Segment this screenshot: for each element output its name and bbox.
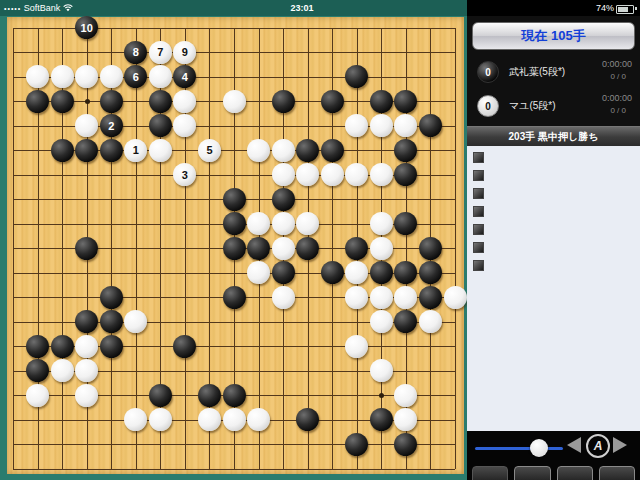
result-bar: 203手 黒中押し勝ち	[467, 126, 640, 147]
move-slider-track[interactable]	[475, 447, 563, 450]
white-stone	[345, 335, 368, 358]
white-stone	[272, 212, 295, 235]
grid-line-horizontal	[13, 444, 455, 445]
black-stone	[321, 90, 344, 113]
list-bullet-icon	[473, 260, 484, 271]
black-stone	[149, 384, 172, 407]
black-stone	[198, 384, 221, 407]
black-stone	[75, 237, 98, 260]
status-bar-left: ••••• SoftBank 23:01	[0, 0, 467, 16]
white-stone	[223, 408, 246, 431]
black-stone	[100, 286, 123, 309]
white-stone-numbered: 3	[173, 163, 196, 186]
black-stone	[26, 359, 49, 382]
list-bullet-icon	[473, 152, 484, 163]
black-stone	[51, 335, 74, 358]
wifi-icon	[63, 1, 73, 17]
white-stone	[124, 408, 147, 431]
star-point	[85, 99, 90, 104]
white-stone	[75, 65, 98, 88]
black-stone	[223, 384, 246, 407]
auto-play-button[interactable]: A	[586, 434, 610, 458]
white-stone	[272, 139, 295, 162]
battery-icon-tip	[635, 7, 637, 10]
white-stone	[345, 261, 368, 284]
black-stone	[394, 261, 417, 284]
list-bullet-icon	[473, 188, 484, 199]
white-stone	[198, 408, 221, 431]
sidebar: 現在 105手 0 武礼葉(5段*) 0:00:00 0 / 0 0 マユ(5段…	[467, 16, 640, 480]
black-stone-numbered: 8	[124, 41, 147, 64]
current-move-button[interactable]: 現在 105手	[472, 22, 635, 50]
clock-label: 23:01	[272, 0, 332, 16]
black-stone-numbered: 4	[173, 65, 196, 88]
white-stone	[296, 163, 319, 186]
white-stone	[272, 286, 295, 309]
black-stone	[26, 90, 49, 113]
white-stone	[26, 65, 49, 88]
detail-label	[467, 168, 640, 182]
white-stone	[444, 286, 467, 309]
detail-value	[467, 200, 640, 203]
black-stone-numbered: 10	[75, 16, 98, 39]
white-stone	[345, 163, 368, 186]
white-stone	[75, 335, 98, 358]
black-player-periods: 0 / 0	[610, 72, 626, 81]
black-stone	[419, 286, 442, 309]
game-details-panel	[467, 146, 640, 431]
black-stone	[394, 433, 417, 456]
white-stone	[370, 163, 393, 186]
carrier-name: SoftBank	[24, 3, 61, 13]
black-stone	[223, 188, 246, 211]
move-slider-knob[interactable]	[530, 439, 548, 457]
black-stone	[75, 310, 98, 333]
white-stone	[247, 261, 270, 284]
black-stone-numbered: 6	[124, 65, 147, 88]
black-stone	[272, 90, 295, 113]
footer-button-3[interactable]	[557, 466, 593, 480]
detail-item	[467, 204, 640, 221]
black-stone	[394, 90, 417, 113]
black-stone	[321, 139, 344, 162]
black-stone	[345, 433, 368, 456]
white-stone	[149, 408, 172, 431]
black-stone	[26, 335, 49, 358]
black-stone	[370, 261, 393, 284]
white-stone	[247, 139, 270, 162]
white-player-time: 0:00:00	[602, 93, 632, 103]
white-stone	[394, 408, 417, 431]
list-bullet-icon	[473, 242, 484, 253]
footer-button-row	[467, 463, 640, 480]
white-stone	[370, 286, 393, 309]
grid-line-vertical	[455, 28, 456, 469]
black-stone	[223, 212, 246, 235]
detail-label	[467, 186, 640, 200]
white-stone	[272, 237, 295, 260]
white-stone	[370, 237, 393, 260]
black-stone	[272, 188, 295, 211]
black-stone	[296, 237, 319, 260]
white-stone	[173, 114, 196, 137]
status-bar: ••••• SoftBank 23:01 74%	[0, 0, 640, 16]
detail-item	[467, 258, 640, 275]
black-stone	[247, 237, 270, 260]
black-stone	[419, 114, 442, 137]
black-stone-capture-badge: 0	[477, 61, 499, 83]
footer-button-4[interactable]	[599, 466, 635, 480]
detail-item	[467, 150, 640, 167]
detail-value	[467, 272, 640, 275]
black-stone	[173, 335, 196, 358]
black-stone	[51, 139, 74, 162]
black-stone	[370, 90, 393, 113]
detail-item	[467, 168, 640, 185]
black-stone	[394, 163, 417, 186]
black-stone	[321, 261, 344, 284]
detail-value	[467, 236, 640, 239]
white-stone	[173, 90, 196, 113]
detail-value	[467, 164, 640, 167]
black-stone	[100, 90, 123, 113]
black-stone	[100, 310, 123, 333]
detail-item	[467, 222, 640, 239]
white-stone	[75, 384, 98, 407]
white-stone	[51, 359, 74, 382]
previous-move-button[interactable]	[567, 437, 581, 453]
white-stone-capture-badge: 0	[477, 95, 499, 117]
detail-label	[467, 222, 640, 236]
black-stone	[100, 139, 123, 162]
detail-item	[467, 240, 640, 257]
white-stone-numbered: 7	[149, 41, 172, 64]
white-stone	[296, 212, 319, 235]
white-stone	[247, 408, 270, 431]
grid-line-horizontal	[13, 469, 455, 470]
white-player-name: マユ(5段*)	[509, 99, 556, 113]
signal-dots-icon: •••••	[4, 5, 21, 12]
white-stone-numbered: 9	[173, 41, 196, 64]
black-stone	[296, 408, 319, 431]
white-stone	[149, 139, 172, 162]
detail-label	[467, 240, 640, 254]
player-row-white: 0 マユ(5段*) 0:00:00 0 / 0	[467, 90, 640, 124]
carrier-label: ••••• SoftBank	[4, 0, 73, 17]
black-stone	[394, 139, 417, 162]
detail-label	[467, 258, 640, 272]
white-stone	[75, 359, 98, 382]
star-point	[379, 393, 384, 398]
black-stone	[345, 237, 368, 260]
board-bezel: 10879642153	[0, 16, 467, 480]
list-bullet-icon	[473, 170, 484, 181]
white-stone	[100, 65, 123, 88]
footer-button-1[interactable]	[472, 466, 508, 480]
white-stone	[370, 114, 393, 137]
white-stone	[370, 212, 393, 235]
black-stone-numbered: 2	[100, 114, 123, 137]
black-stone	[394, 310, 417, 333]
white-stone	[394, 286, 417, 309]
white-stone	[370, 359, 393, 382]
white-stone	[51, 65, 74, 88]
white-player-periods: 0 / 0	[610, 106, 626, 115]
player-row-black: 0 武礼葉(5段*) 0:00:00 0 / 0	[467, 56, 640, 90]
detail-item	[467, 186, 640, 203]
go-board[interactable]: 10879642153	[7, 17, 464, 474]
white-stone	[75, 114, 98, 137]
detail-label	[467, 204, 640, 218]
black-stone	[370, 408, 393, 431]
detail-value	[467, 254, 640, 257]
black-stone	[51, 90, 74, 113]
black-player-name: 武礼葉(5段*)	[509, 65, 565, 79]
black-stone	[75, 139, 98, 162]
footer-button-2[interactable]	[514, 466, 550, 480]
white-stone	[149, 65, 172, 88]
next-move-button[interactable]	[613, 437, 627, 453]
black-stone	[149, 114, 172, 137]
black-stone	[223, 237, 246, 260]
white-stone	[321, 163, 344, 186]
detail-value	[467, 182, 640, 185]
white-stone	[223, 90, 246, 113]
black-stone	[394, 212, 417, 235]
white-stone	[394, 384, 417, 407]
black-stone	[100, 335, 123, 358]
white-stone-numbered: 5	[198, 139, 221, 162]
white-stone	[345, 114, 368, 137]
black-stone	[296, 139, 319, 162]
black-stone	[419, 237, 442, 260]
app-screen: ••••• SoftBank 23:01 74% 10879642153 現在 …	[0, 0, 640, 480]
move-slider[interactable]	[475, 439, 563, 457]
black-stone	[149, 90, 172, 113]
list-bullet-icon	[473, 224, 484, 235]
white-stone-numbered: 1	[124, 139, 147, 162]
battery-icon	[616, 5, 634, 14]
white-stone	[124, 310, 147, 333]
list-bullet-icon	[473, 206, 484, 217]
white-stone	[247, 212, 270, 235]
black-stone	[419, 261, 442, 284]
white-stone	[345, 286, 368, 309]
black-stone	[223, 286, 246, 309]
battery-percent-label: 74%	[596, 0, 614, 16]
black-player-time: 0:00:00	[602, 59, 632, 69]
white-stone	[419, 310, 442, 333]
status-bar-right: 74%	[467, 0, 640, 16]
detail-label	[467, 150, 640, 164]
black-stone	[272, 261, 295, 284]
white-stone	[272, 163, 295, 186]
white-stone	[394, 114, 417, 137]
white-stone	[370, 310, 393, 333]
black-stone	[345, 65, 368, 88]
detail-value	[467, 218, 640, 221]
white-stone	[26, 384, 49, 407]
